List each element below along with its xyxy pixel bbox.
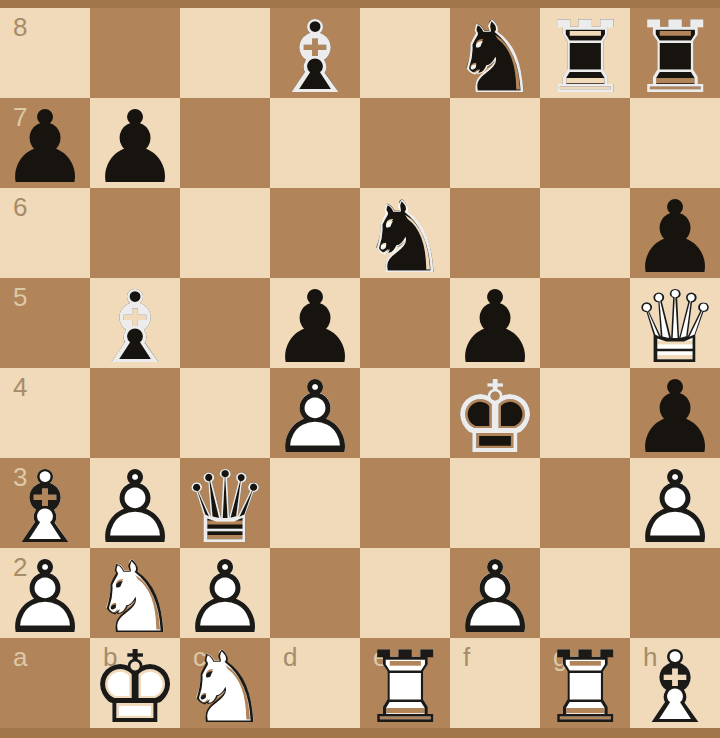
piece-glyph-outline: ♘ — [90, 553, 180, 643]
square-d2[interactable] — [270, 548, 360, 638]
piece-glyph-outline: ♖ — [360, 643, 450, 733]
square-f3[interactable] — [450, 458, 540, 548]
chess-board: 8♝♗♞♘♜♖♜♖7♟♟6♞♘♟5♝♗♟♟♛♕4♟♙♚♔♟3♝♗♟♙♛♕♟♙2♟… — [0, 8, 720, 728]
square-h3[interactable]: ♟♙ — [630, 458, 720, 548]
piece-white-knight[interactable]: ♞♘ — [90, 548, 180, 638]
piece-black-pawn[interactable]: ♟ — [630, 188, 720, 278]
square-d1[interactable]: d — [270, 638, 360, 728]
piece-black-rook[interactable]: ♜♖ — [540, 8, 630, 98]
piece-glyph-fill: ♝ — [270, 13, 360, 103]
square-d5[interactable]: ♟ — [270, 278, 360, 368]
square-e4[interactable] — [360, 368, 450, 458]
square-f4[interactable]: ♚♔ — [450, 368, 540, 458]
piece-white-pawn[interactable]: ♟♙ — [630, 458, 720, 548]
piece-white-pawn[interactable]: ♟♙ — [0, 548, 90, 638]
chess-app-screen: 8♝♗♞♘♜♖♜♖7♟♟6♞♘♟5♝♗♟♟♛♕4♟♙♚♔♟3♝♗♟♙♛♕♟♙2♟… — [0, 0, 720, 738]
piece-glyph-fill: ♟ — [270, 283, 360, 373]
square-a6[interactable]: 6 — [0, 188, 90, 278]
piece-glyph-outline: ♙ — [630, 463, 720, 553]
piece-black-knight[interactable]: ♞♘ — [360, 188, 450, 278]
piece-glyph-fill: ♟ — [630, 463, 720, 553]
square-e8[interactable] — [360, 8, 450, 98]
square-c8[interactable] — [180, 8, 270, 98]
piece-white-knight[interactable]: ♞♘ — [180, 638, 270, 728]
piece-glyph-outline: ♗ — [90, 283, 180, 373]
piece-glyph-fill: ♞ — [90, 553, 180, 643]
square-d7[interactable] — [270, 98, 360, 188]
square-c1[interactable]: c♞♘ — [180, 638, 270, 728]
rank-label-6: 6 — [13, 192, 27, 222]
square-f8[interactable]: ♞♘ — [450, 8, 540, 98]
piece-glyph-fill: ♟ — [270, 373, 360, 463]
piece-white-queen[interactable]: ♛♕ — [630, 278, 720, 368]
piece-glyph-fill: ♟ — [90, 463, 180, 553]
square-d4[interactable]: ♟♙ — [270, 368, 360, 458]
piece-black-pawn[interactable]: ♟ — [0, 98, 90, 188]
square-a1[interactable]: a — [0, 638, 90, 728]
square-a2[interactable]: 2♟♙ — [0, 548, 90, 638]
piece-glyph-fill: ♜ — [630, 13, 720, 103]
piece-glyph-fill: ♜ — [360, 643, 450, 733]
piece-black-pawn[interactable]: ♟ — [90, 98, 180, 188]
piece-glyph-outline: ♖ — [630, 13, 720, 103]
piece-white-bishop[interactable]: ♝♗ — [630, 638, 720, 728]
piece-glyph-fill: ♞ — [360, 193, 450, 283]
piece-glyph-fill: ♛ — [180, 463, 270, 553]
square-b8[interactable] — [90, 8, 180, 98]
piece-glyph-outline: ♕ — [630, 283, 720, 373]
square-h2[interactable] — [630, 548, 720, 638]
square-e3[interactable] — [360, 458, 450, 548]
square-e7[interactable] — [360, 98, 450, 188]
square-c5[interactable] — [180, 278, 270, 368]
piece-white-pawn[interactable]: ♟♙ — [180, 548, 270, 638]
piece-glyph-outline: ♘ — [360, 193, 450, 283]
piece-glyph-outline: ♖ — [540, 13, 630, 103]
piece-glyph-fill: ♛ — [630, 283, 720, 373]
square-a3[interactable]: 3♝♗ — [0, 458, 90, 548]
piece-glyph-outline: ♕ — [180, 463, 270, 553]
piece-glyph-outline: ♔ — [450, 373, 540, 463]
square-e1[interactable]: e♜♖ — [360, 638, 450, 728]
square-a7[interactable]: 7♟ — [0, 98, 90, 188]
square-f6[interactable] — [450, 188, 540, 278]
square-d8[interactable]: ♝♗ — [270, 8, 360, 98]
piece-white-bishop[interactable]: ♝♗ — [0, 458, 90, 548]
square-g4[interactable] — [540, 368, 630, 458]
square-c4[interactable] — [180, 368, 270, 458]
square-g2[interactable] — [540, 548, 630, 638]
square-b5[interactable]: ♝♗ — [90, 278, 180, 368]
file-label-a: a — [13, 642, 27, 672]
square-f7[interactable] — [450, 98, 540, 188]
piece-black-bishop[interactable]: ♝♗ — [270, 8, 360, 98]
piece-glyph-fill: ♞ — [450, 13, 540, 103]
square-c2[interactable]: ♟♙ — [180, 548, 270, 638]
piece-black-pawn[interactable]: ♟ — [630, 368, 720, 458]
square-g7[interactable] — [540, 98, 630, 188]
piece-glyph-outline: ♘ — [450, 13, 540, 103]
piece-glyph-outline: ♙ — [450, 553, 540, 643]
square-b6[interactable] — [90, 188, 180, 278]
square-h8[interactable]: ♜♖ — [630, 8, 720, 98]
square-c7[interactable] — [180, 98, 270, 188]
square-e5[interactable] — [360, 278, 450, 368]
square-g3[interactable] — [540, 458, 630, 548]
piece-glyph-outline: ♔ — [90, 643, 180, 733]
piece-glyph-fill: ♟ — [90, 103, 180, 193]
square-c3[interactable]: ♛♕ — [180, 458, 270, 548]
piece-glyph-fill: ♝ — [90, 283, 180, 373]
piece-black-rook[interactable]: ♜♖ — [630, 8, 720, 98]
piece-glyph-fill: ♜ — [540, 643, 630, 733]
square-g5[interactable] — [540, 278, 630, 368]
square-g1[interactable]: g♜♖ — [540, 638, 630, 728]
rank-label-4: 4 — [13, 372, 27, 402]
square-f2[interactable]: ♟♙ — [450, 548, 540, 638]
file-label-f: f — [463, 642, 470, 672]
piece-glyph-fill: ♝ — [630, 643, 720, 733]
piece-white-rook[interactable]: ♜♖ — [540, 638, 630, 728]
piece-glyph-fill: ♚ — [90, 643, 180, 733]
piece-glyph-outline: ♗ — [270, 13, 360, 103]
square-f1[interactable]: f — [450, 638, 540, 728]
piece-glyph-outline: ♙ — [90, 463, 180, 553]
rank-label-8: 8 — [13, 12, 27, 42]
piece-black-queen[interactable]: ♛♕ — [180, 458, 270, 548]
piece-white-king[interactable]: ♚♔ — [90, 638, 180, 728]
square-g6[interactable] — [540, 188, 630, 278]
piece-glyph-fill: ♚ — [450, 373, 540, 463]
square-b3[interactable]: ♟♙ — [90, 458, 180, 548]
piece-white-rook[interactable]: ♜♖ — [360, 638, 450, 728]
square-e2[interactable] — [360, 548, 450, 638]
piece-black-pawn[interactable]: ♟ — [450, 278, 540, 368]
square-e6[interactable]: ♞♘ — [360, 188, 450, 278]
square-g8[interactable]: ♜♖ — [540, 8, 630, 98]
piece-glyph-outline: ♗ — [0, 463, 90, 553]
square-c6[interactable] — [180, 188, 270, 278]
piece-glyph-fill: ♝ — [0, 463, 90, 553]
square-d6[interactable] — [270, 188, 360, 278]
piece-white-pawn[interactable]: ♟♙ — [270, 368, 360, 458]
piece-glyph-fill: ♟ — [180, 553, 270, 643]
square-a8[interactable]: 8 — [0, 8, 90, 98]
piece-glyph-outline: ♘ — [180, 643, 270, 733]
piece-black-pawn[interactable]: ♟ — [270, 278, 360, 368]
piece-glyph-fill: ♜ — [540, 13, 630, 103]
square-h5[interactable]: ♛♕ — [630, 278, 720, 368]
square-h1[interactable]: h♝♗ — [630, 638, 720, 728]
square-d3[interactable] — [270, 458, 360, 548]
square-f5[interactable]: ♟ — [450, 278, 540, 368]
piece-black-knight[interactable]: ♞♘ — [450, 8, 540, 98]
square-a4[interactable]: 4 — [0, 368, 90, 458]
square-h6[interactable]: ♟ — [630, 188, 720, 278]
piece-glyph-fill: ♟ — [0, 553, 90, 643]
square-h4[interactable]: ♟ — [630, 368, 720, 458]
square-b1[interactable]: b♚♔ — [90, 638, 180, 728]
piece-glyph-outline: ♖ — [540, 643, 630, 733]
square-b2[interactable]: ♞♘ — [90, 548, 180, 638]
piece-glyph-fill: ♟ — [0, 103, 90, 193]
piece-glyph-fill: ♞ — [180, 643, 270, 733]
piece-glyph-outline: ♙ — [0, 553, 90, 643]
square-a5[interactable]: 5 — [0, 278, 90, 368]
piece-glyph-fill: ♟ — [630, 193, 720, 283]
piece-black-king[interactable]: ♚♔ — [450, 368, 540, 458]
piece-white-pawn[interactable]: ♟♙ — [90, 458, 180, 548]
file-label-d: d — [283, 642, 297, 672]
square-h7[interactable] — [630, 98, 720, 188]
rank-label-5: 5 — [13, 282, 27, 312]
piece-glyph-fill: ♟ — [450, 283, 540, 373]
piece-glyph-outline: ♙ — [180, 553, 270, 643]
piece-glyph-fill: ♟ — [630, 373, 720, 463]
piece-black-bishop[interactable]: ♝♗ — [90, 278, 180, 368]
square-b4[interactable] — [90, 368, 180, 458]
piece-glyph-outline: ♙ — [270, 373, 360, 463]
piece-white-pawn[interactable]: ♟♙ — [450, 548, 540, 638]
piece-glyph-fill: ♟ — [450, 553, 540, 643]
square-b7[interactable]: ♟ — [90, 98, 180, 188]
piece-glyph-outline: ♗ — [630, 643, 720, 733]
